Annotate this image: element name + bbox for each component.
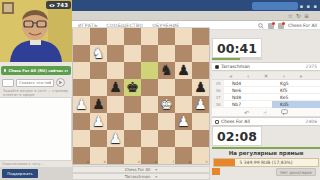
piece-bP-h5[interactable]: ♟ bbox=[192, 79, 209, 96]
star-icon[interactable]: ☆ bbox=[288, 12, 296, 19]
square-g2[interactable] bbox=[175, 130, 192, 147]
move-number: 37 bbox=[212, 94, 224, 101]
white-player-rating: 2406 bbox=[306, 119, 317, 124]
square-b5[interactable] bbox=[90, 79, 107, 96]
square-c7[interactable] bbox=[107, 45, 124, 62]
file-label-d: d bbox=[124, 160, 141, 165]
square-c3[interactable] bbox=[107, 113, 124, 130]
chat-input-row bbox=[2, 78, 70, 87]
square-h5[interactable]: ♟ bbox=[192, 79, 209, 96]
search-icon[interactable] bbox=[258, 23, 264, 29]
piece-wP-c2[interactable]: ♟ bbox=[107, 130, 124, 147]
game-actions: ↶ ☝ bbox=[212, 108, 320, 117]
white-player-row[interactable]: Chess For All 2406 bbox=[212, 117, 320, 126]
prev-move-icon[interactable]: ‹ bbox=[247, 72, 249, 80]
nav-username[interactable]: Chess For All bbox=[288, 23, 317, 28]
square-f3[interactable] bbox=[158, 113, 175, 130]
piece-wP-g3[interactable]: ♟ bbox=[175, 113, 192, 130]
donation-side-button[interactable]: Нет донатеров bbox=[276, 168, 316, 176]
white-player-name[interactable]: Chess For All bbox=[221, 119, 304, 124]
square-b8[interactable] bbox=[90, 28, 107, 45]
square-a7[interactable] bbox=[73, 45, 90, 62]
browser-toolbar-icons[interactable]: ☆↻≡ bbox=[288, 12, 312, 19]
chevron-down-icon: ▾ bbox=[155, 167, 157, 172]
square-d6[interactable] bbox=[124, 62, 141, 79]
emoji-box[interactable] bbox=[2, 79, 14, 87]
piece-bP-g6[interactable]: ♟ bbox=[175, 62, 192, 79]
chat-input[interactable] bbox=[16, 79, 54, 87]
file-label-a: a bbox=[73, 160, 90, 165]
donation-progress-bar: 5 349,99 RUB (17,83%) bbox=[213, 158, 319, 167]
black-clock-progress-fill bbox=[212, 58, 240, 60]
white-move[interactable]: Nd4 bbox=[224, 80, 272, 87]
streaming-banner-text: Chess For All (RU) сейчас стримит bbox=[8, 68, 68, 73]
black-move[interactable]: Kg5 bbox=[272, 80, 320, 87]
file-label-c: c bbox=[107, 160, 124, 165]
piece-wP-h4[interactable]: ♟ bbox=[192, 96, 209, 113]
viewer-count: 743 bbox=[57, 2, 68, 8]
move-list: 35Nd4Kg536Ne6Kf537Nd8Ke538Nb7Kd5 bbox=[212, 80, 320, 108]
black-move[interactable]: Ke5 bbox=[272, 94, 320, 101]
square-d7[interactable] bbox=[124, 45, 141, 62]
square-g6[interactable]: ♟ bbox=[175, 62, 192, 79]
square-g5[interactable] bbox=[175, 79, 192, 96]
refresh-icon[interactable]: ↻ bbox=[296, 12, 304, 19]
square-b7[interactable]: ♞ bbox=[90, 45, 107, 62]
chat-bubble-icon[interactable] bbox=[281, 109, 288, 116]
square-d4[interactable] bbox=[124, 96, 141, 113]
square-c2[interactable]: ♟ bbox=[107, 130, 124, 147]
square-g4[interactable] bbox=[175, 96, 192, 113]
square-c4[interactable] bbox=[107, 96, 124, 113]
square-h7[interactable] bbox=[192, 45, 209, 62]
window-controls-icon[interactable]: ▪ ▪ ▪ bbox=[300, 3, 318, 9]
square-b2[interactable] bbox=[90, 130, 107, 147]
black-move[interactable]: Kd5 bbox=[272, 101, 320, 108]
live-dot-icon bbox=[4, 69, 6, 72]
square-a6[interactable] bbox=[73, 62, 90, 79]
black-clock-progress bbox=[212, 58, 262, 60]
thumbs-up-icon[interactable]: ☝ bbox=[263, 108, 267, 117]
move-number: 36 bbox=[212, 87, 224, 94]
eye-icon bbox=[49, 3, 55, 8]
black-player-name[interactable]: Tarraschman bbox=[221, 64, 304, 69]
square-h3[interactable] bbox=[192, 113, 209, 130]
square-b3[interactable]: ♟ bbox=[90, 113, 107, 130]
square-g8[interactable] bbox=[175, 28, 192, 45]
alert-dot bbox=[272, 22, 275, 25]
square-f6[interactable]: ♞ bbox=[158, 62, 175, 79]
black-clock: 00:41 bbox=[212, 38, 262, 58]
square-d3[interactable] bbox=[124, 113, 141, 130]
piece-bP-c5[interactable]: ♟ bbox=[107, 79, 124, 96]
square-h8[interactable] bbox=[192, 28, 209, 45]
square-e5[interactable] bbox=[141, 79, 158, 96]
piece-wK-f4[interactable]: ♚ bbox=[158, 96, 175, 113]
file-label-e: e bbox=[141, 160, 158, 165]
alerts-icon[interactable] bbox=[268, 23, 274, 29]
move-number: 38 bbox=[212, 101, 224, 108]
square-c8[interactable] bbox=[107, 28, 124, 45]
square-h2[interactable] bbox=[192, 130, 209, 147]
chat-footer-note: Подключение к чату... bbox=[2, 162, 70, 166]
donation-amount: 5 349,99 RUB (17,83%) bbox=[214, 160, 318, 165]
square-d2[interactable] bbox=[124, 130, 141, 147]
square-g7[interactable] bbox=[175, 45, 192, 62]
browser-active-tab[interactable] bbox=[252, 2, 298, 10]
webcam-video[interactable]: 743 bbox=[0, 0, 72, 62]
board-footer-white-label: Chess For All bbox=[125, 167, 151, 172]
donation-color-chip bbox=[212, 168, 220, 175]
square-a8[interactable] bbox=[73, 28, 90, 45]
takeback-icon[interactable]: ↶ bbox=[244, 108, 249, 117]
piece-bK-d5[interactable]: ♚ bbox=[124, 79, 141, 96]
square-e8[interactable] bbox=[141, 28, 158, 45]
piece-wP-b3[interactable]: ♟ bbox=[90, 113, 107, 130]
file-label-g: g bbox=[175, 160, 192, 165]
square-a2[interactable] bbox=[73, 130, 90, 147]
square-f2[interactable] bbox=[158, 130, 175, 147]
menu-icon[interactable]: ≡ bbox=[304, 12, 312, 19]
message-dot bbox=[282, 22, 285, 25]
board-footer-white-player[interactable]: Chess For All ▾ bbox=[72, 166, 210, 173]
square-a3[interactable] bbox=[73, 113, 90, 130]
square-c5[interactable]: ♟ bbox=[107, 79, 124, 96]
chevron-down-icon: ▾ bbox=[155, 174, 157, 179]
send-button[interactable] bbox=[56, 78, 65, 87]
square-a4[interactable]: ♟ bbox=[73, 96, 90, 113]
next-move-icon[interactable]: › bbox=[283, 72, 285, 80]
piece-bN-f6[interactable]: ♞ bbox=[158, 62, 175, 79]
square-h4[interactable]: ♟ bbox=[192, 96, 209, 113]
send-icon bbox=[58, 80, 63, 85]
support-stream-badge[interactable]: Поддержать стрим bbox=[2, 169, 38, 178]
chess-board: ♞♞♟♟♚♟♟♟♚♟♟♟♟ bbox=[73, 28, 209, 164]
square-e2[interactable] bbox=[141, 130, 158, 147]
viewer-count-badge: 743 bbox=[46, 1, 71, 9]
board-footer-black-label: Tarraschman bbox=[125, 174, 151, 179]
black-move[interactable]: Kf5 bbox=[272, 87, 320, 94]
square-e7[interactable] bbox=[141, 45, 158, 62]
square-b6[interactable] bbox=[90, 62, 107, 79]
piece-bP-b4[interactable]: ♟ bbox=[90, 96, 107, 113]
nav-right-cluster: Chess For All bbox=[258, 22, 317, 29]
file-label-b: b bbox=[90, 160, 107, 165]
square-e6[interactable] bbox=[141, 62, 158, 79]
piece-wP-a4[interactable]: ♟ bbox=[73, 96, 90, 113]
board-footer-black-player[interactable]: Tarraschman ▾ bbox=[72, 173, 210, 180]
stream-screen: ▪ ▪ ▪ ☆↻≡ Играть Сообщество Обучение Che… bbox=[0, 0, 320, 180]
piece-wN-b7[interactable]: ♞ bbox=[90, 45, 107, 62]
messages-icon[interactable] bbox=[278, 23, 284, 29]
chat-messages-panel[interactable] bbox=[0, 97, 72, 161]
streamer-portrait bbox=[0, 0, 72, 62]
move-number: 35 bbox=[212, 80, 224, 87]
white-color-icon bbox=[215, 120, 219, 124]
streaming-banner: Chess For All (RU) сейчас стримит bbox=[1, 66, 71, 75]
square-f8[interactable] bbox=[158, 28, 175, 45]
square-f4[interactable]: ♚ bbox=[158, 96, 175, 113]
board-file-coordinates: abcdefgh bbox=[73, 160, 209, 165]
square-e4[interactable] bbox=[141, 96, 158, 113]
donation-divider bbox=[212, 147, 320, 149]
file-label-f: f bbox=[158, 160, 175, 165]
white-clock: 02:08 bbox=[212, 126, 262, 146]
white-move[interactable]: Ne6 bbox=[224, 87, 272, 94]
file-label-h: h bbox=[192, 160, 209, 165]
black-color-icon bbox=[215, 65, 219, 69]
black-player-rating: 2375 bbox=[306, 64, 317, 69]
chat-notice: Задайте вопрос в чате — стример ответит … bbox=[3, 89, 69, 97]
first-move-icon[interactable]: « bbox=[229, 72, 232, 80]
square-d5[interactable]: ♚ bbox=[124, 79, 141, 96]
square-f5[interactable] bbox=[158, 79, 175, 96]
square-a5[interactable] bbox=[73, 79, 90, 96]
square-b4[interactable]: ♟ bbox=[90, 96, 107, 113]
white-move[interactable]: Nd8 bbox=[224, 94, 272, 101]
black-player-row[interactable]: Tarraschman 2375 bbox=[212, 62, 320, 71]
close-icon[interactable]: ✕ bbox=[264, 72, 269, 80]
square-c6[interactable] bbox=[107, 62, 124, 79]
square-d8[interactable] bbox=[124, 28, 141, 45]
white-move[interactable]: Nb7 bbox=[224, 101, 272, 108]
last-move-icon[interactable]: » bbox=[299, 72, 302, 80]
square-g3[interactable]: ♟ bbox=[175, 113, 192, 130]
square-f7[interactable] bbox=[158, 45, 175, 62]
square-h6[interactable] bbox=[192, 62, 209, 79]
square-e3[interactable] bbox=[141, 113, 158, 130]
